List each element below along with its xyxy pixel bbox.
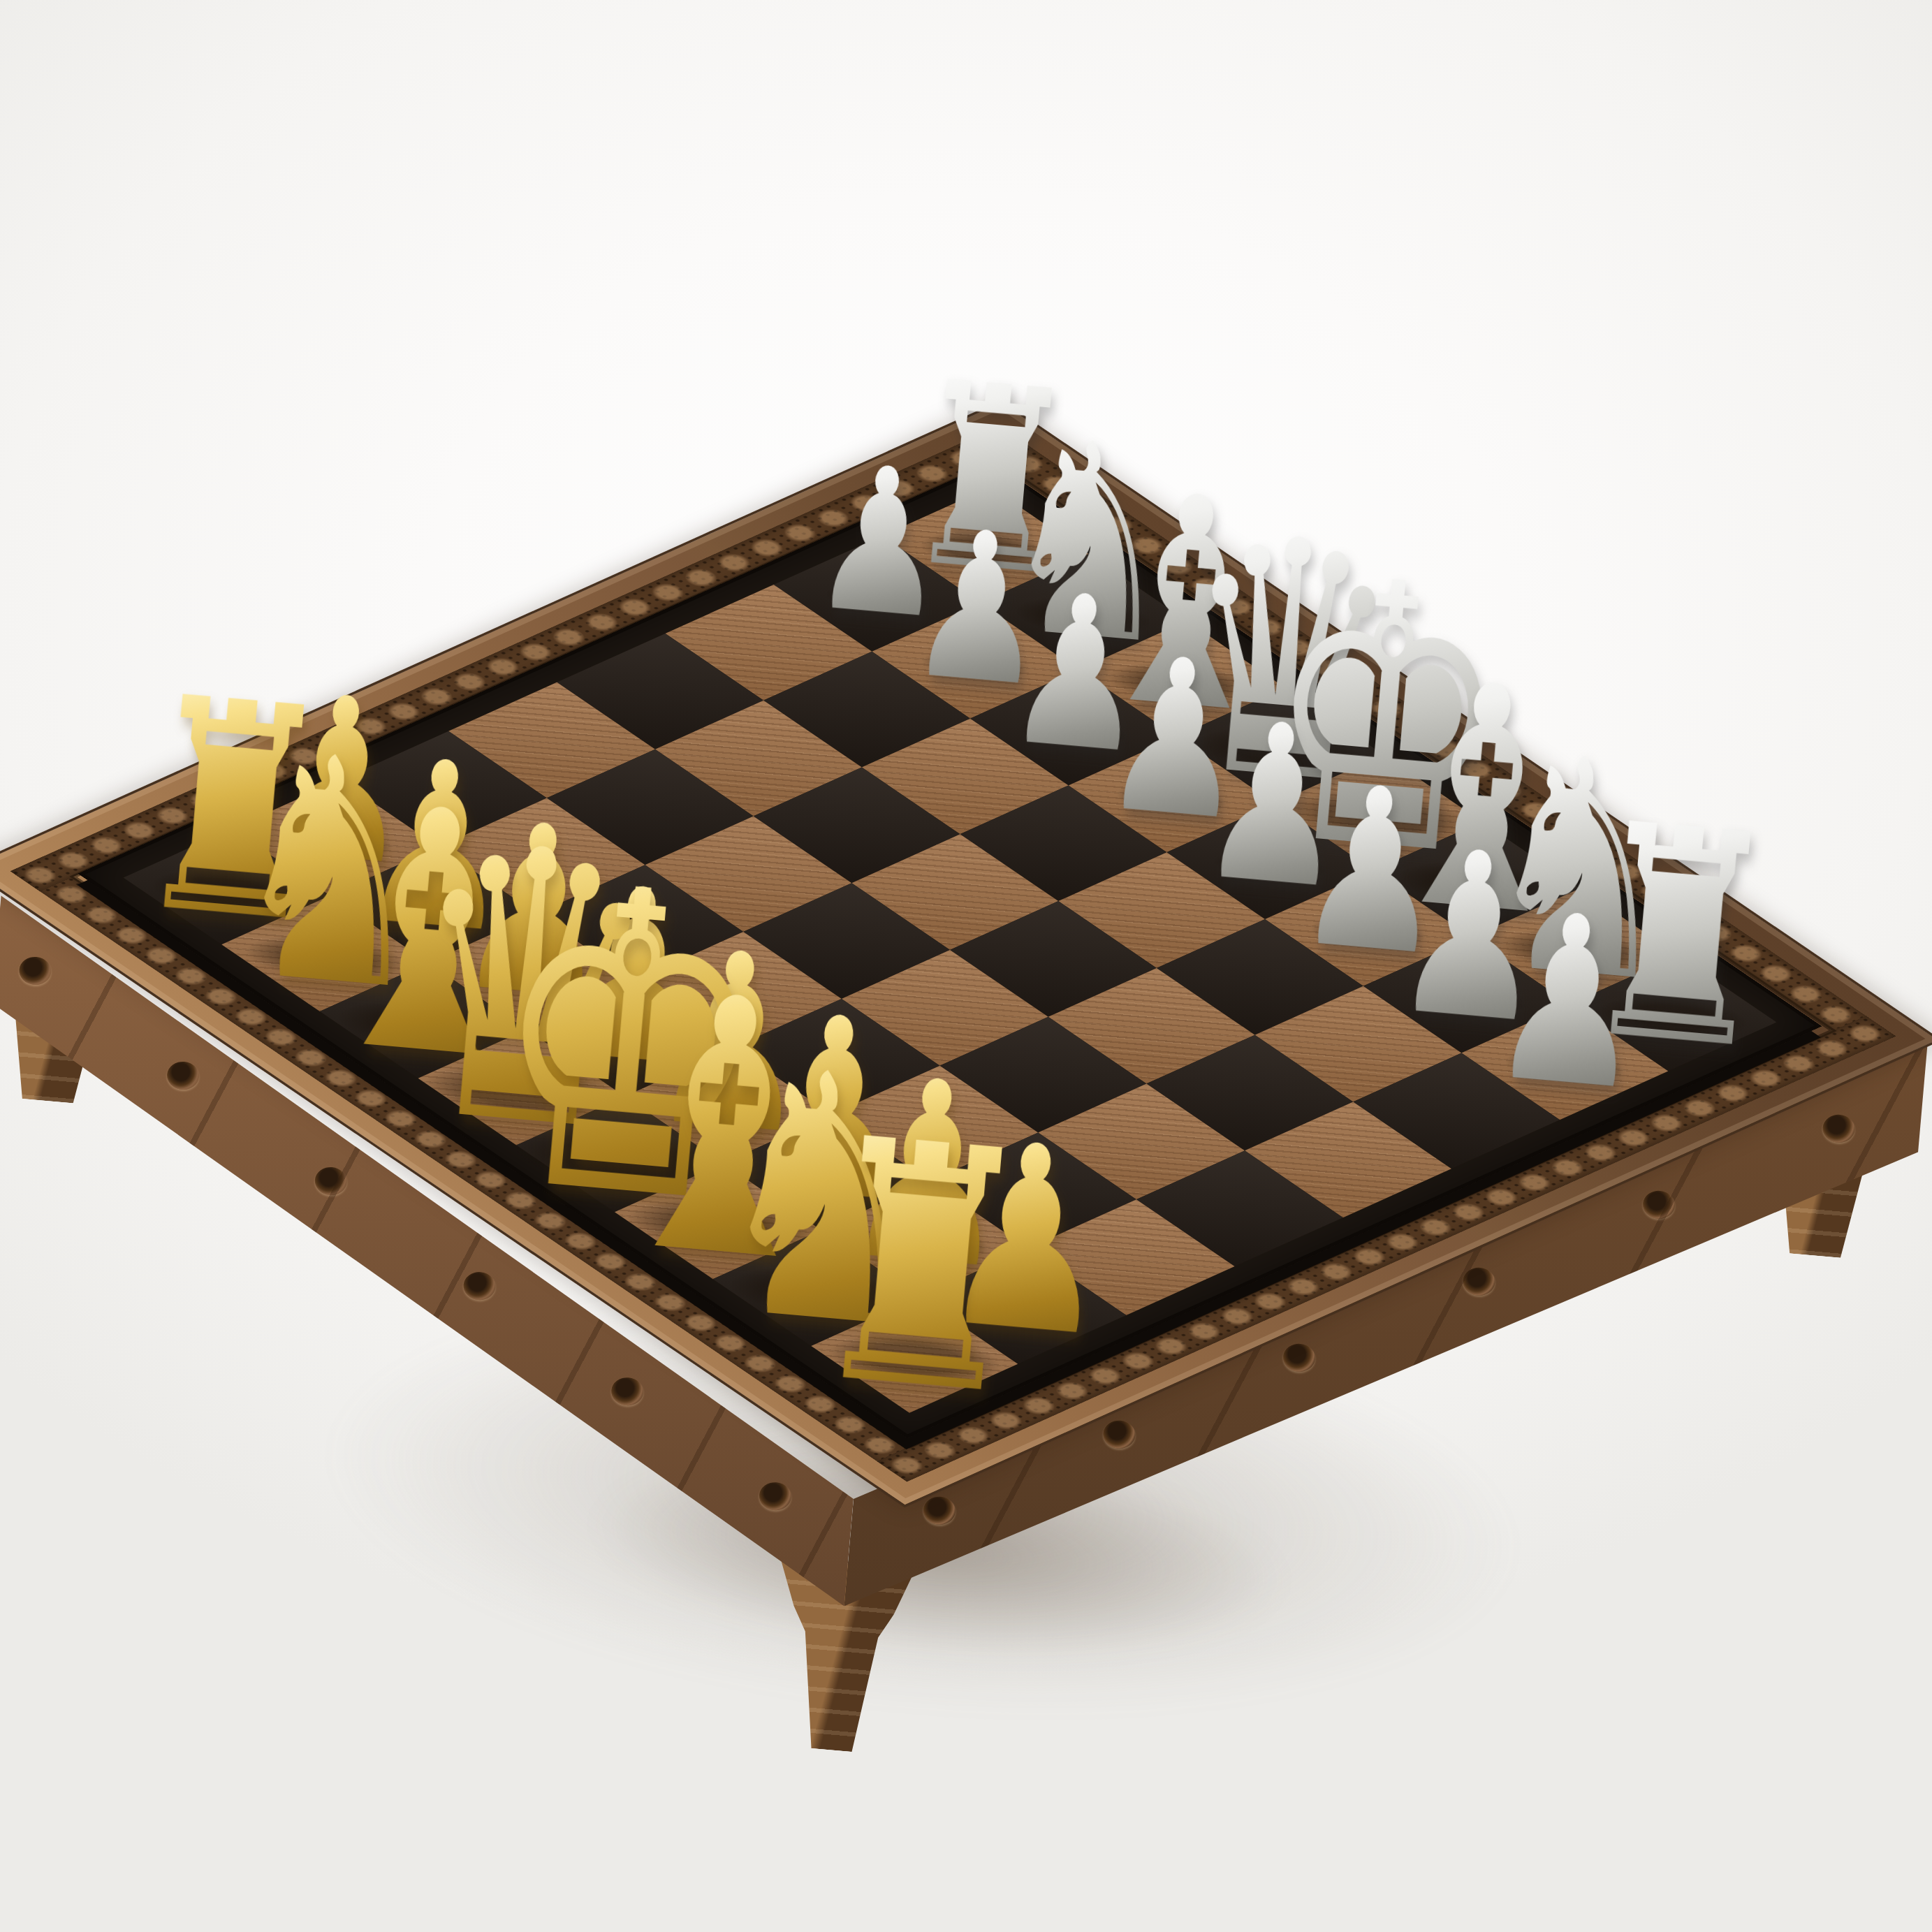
pawn-glyph: ♟ <box>1484 880 1657 1124</box>
rook-glyph: ♜ <box>798 1093 1046 1444</box>
photo-canvas: ♜♞♝♛♚♝♞♜♟♟♟♟♟♟♟♟♟♟♟♟♟♟♟♟♜♞♝♛♚♝♞♜ <box>0 0 1932 1932</box>
chess-scene: ♜♞♝♛♚♝♞♜♟♟♟♟♟♟♟♟♟♟♟♟♟♟♟♟♜♞♝♛♚♝♞♜ <box>0 0 1932 1932</box>
pieces-layer: ♜♞♝♛♚♝♞♜♟♟♟♟♟♟♟♟♟♟♟♟♟♟♟♟♜♞♝♛♚♝♞♜ <box>0 0 1932 1932</box>
